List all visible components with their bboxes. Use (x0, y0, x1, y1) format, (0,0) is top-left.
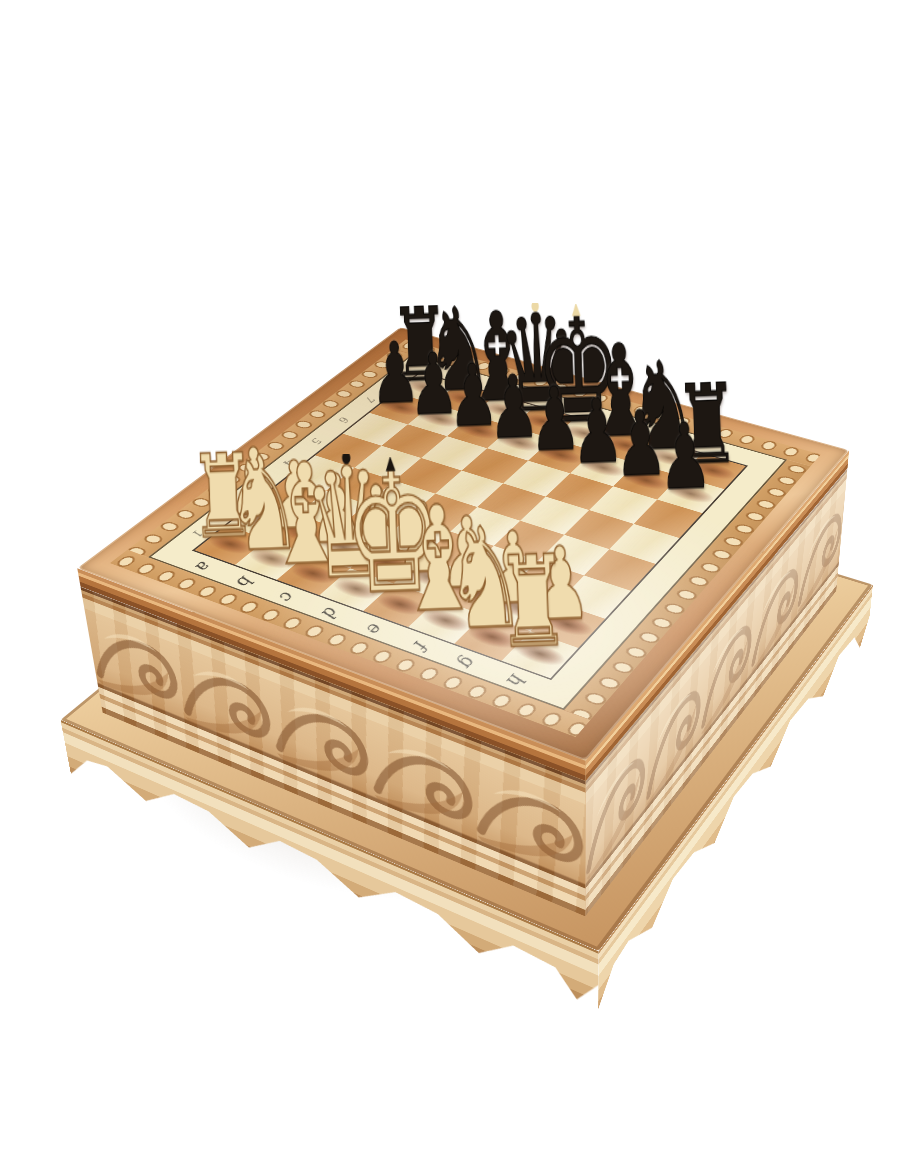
product-photo: abcdefgh 87654321 ♜♞♝♛●♚▲♝♞♜♟♟♟♟♟♟♟♟♟♟♟♟… (0, 0, 900, 1174)
white-rook-glyph: ♜ (469, 542, 597, 662)
king-finial: ▲ (571, 299, 580, 317)
camera-tilt: abcdefgh 87654321 ♜♞♝♛●♚▲♝♞♜♟♟♟♟♟♟♟♟♟♟♟♟… (0, 0, 900, 1174)
king-finial: ▲ (385, 452, 396, 472)
black-pawn-glyph: ♟ (629, 413, 742, 500)
scene: abcdefgh 87654321 ♜♞♝♛●♚▲♝♞♜♟♟♟♟♟♟♟♟♟♟♟♟… (0, 0, 900, 1174)
